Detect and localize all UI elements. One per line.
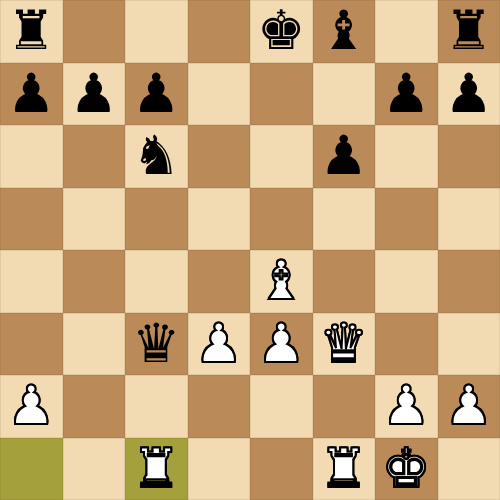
square-b2[interactable] [63, 375, 126, 438]
square-a1[interactable] [0, 438, 63, 500]
square-b5[interactable] [63, 188, 126, 251]
square-e7[interactable] [250, 63, 313, 126]
square-h2[interactable]: ♟ [438, 375, 500, 438]
square-a5[interactable] [0, 188, 63, 251]
piece-black-pawn-c7[interactable]: ♟ [132, 63, 180, 126]
piece-white-rook-c1[interactable]: ♜ [132, 438, 180, 500]
piece-black-king-e8[interactable]: ♚ [257, 0, 305, 63]
square-a3[interactable] [0, 313, 63, 376]
square-h1[interactable] [438, 438, 500, 500]
square-a7[interactable]: ♟ [0, 63, 63, 126]
square-e3[interactable]: ♟ [250, 313, 313, 376]
square-h5[interactable] [438, 188, 500, 251]
piece-white-pawn-e3[interactable]: ♟ [257, 313, 305, 376]
square-d7[interactable] [188, 63, 251, 126]
square-b4[interactable] [63, 250, 126, 313]
square-b6[interactable] [63, 125, 126, 188]
square-h8[interactable]: ♜ [438, 0, 500, 63]
square-b1[interactable] [63, 438, 126, 500]
square-c3[interactable]: ♛ [125, 313, 188, 376]
square-e5[interactable] [250, 188, 313, 251]
piece-white-king-g1[interactable]: ♚ [382, 438, 430, 500]
square-d1[interactable] [188, 438, 251, 500]
square-c4[interactable] [125, 250, 188, 313]
piece-black-rook-a8[interactable]: ♜ [7, 0, 55, 63]
square-h7[interactable]: ♟ [438, 63, 500, 126]
square-f1[interactable]: ♜ [313, 438, 376, 500]
square-g5[interactable] [375, 188, 438, 251]
piece-white-queen-f3[interactable]: ♛ [320, 313, 368, 376]
piece-white-pawn-d3[interactable]: ♟ [195, 313, 243, 376]
square-f8[interactable]: ♝ [313, 0, 376, 63]
square-f5[interactable] [313, 188, 376, 251]
piece-black-queen-c3[interactable]: ♛ [132, 313, 180, 376]
square-g6[interactable] [375, 125, 438, 188]
square-c2[interactable] [125, 375, 188, 438]
square-c1[interactable]: ♜ [125, 438, 188, 500]
square-c5[interactable] [125, 188, 188, 251]
square-e8[interactable]: ♚ [250, 0, 313, 63]
square-g2[interactable]: ♟ [375, 375, 438, 438]
square-h3[interactable] [438, 313, 500, 376]
square-g3[interactable] [375, 313, 438, 376]
piece-black-pawn-b7[interactable]: ♟ [70, 63, 118, 126]
piece-black-pawn-a7[interactable]: ♟ [7, 63, 55, 126]
piece-white-pawn-g2[interactable]: ♟ [382, 375, 430, 438]
piece-black-rook-h8[interactable]: ♜ [445, 0, 493, 63]
square-e1[interactable] [250, 438, 313, 500]
square-h4[interactable] [438, 250, 500, 313]
square-f6[interactable]: ♟ [313, 125, 376, 188]
piece-black-knight-c6[interactable]: ♞ [132, 125, 180, 188]
square-d8[interactable] [188, 0, 251, 63]
square-e2[interactable] [250, 375, 313, 438]
square-d4[interactable] [188, 250, 251, 313]
square-e6[interactable] [250, 125, 313, 188]
square-c8[interactable] [125, 0, 188, 63]
square-b3[interactable] [63, 313, 126, 376]
square-b7[interactable]: ♟ [63, 63, 126, 126]
square-f7[interactable] [313, 63, 376, 126]
square-f3[interactable]: ♛ [313, 313, 376, 376]
square-a8[interactable]: ♜ [0, 0, 63, 63]
piece-white-pawn-h2[interactable]: ♟ [445, 375, 493, 438]
square-a2[interactable]: ♟ [0, 375, 63, 438]
square-a6[interactable] [0, 125, 63, 188]
square-d6[interactable] [188, 125, 251, 188]
piece-white-bishop-e4[interactable]: ♝ [257, 250, 305, 313]
square-d5[interactable] [188, 188, 251, 251]
square-c7[interactable]: ♟ [125, 63, 188, 126]
square-f4[interactable] [313, 250, 376, 313]
square-g7[interactable]: ♟ [375, 63, 438, 126]
square-f2[interactable] [313, 375, 376, 438]
piece-black-pawn-h7[interactable]: ♟ [445, 63, 493, 126]
square-h6[interactable] [438, 125, 500, 188]
chess-board: ♜♚♝♜♟♟♟♟♟♞♟♝♛♟♟♛♟♟♟♜♜♚ [0, 0, 500, 500]
piece-white-rook-f1[interactable]: ♜ [320, 438, 368, 500]
piece-black-bishop-f8[interactable]: ♝ [320, 0, 368, 63]
square-a4[interactable] [0, 250, 63, 313]
piece-black-pawn-f6[interactable]: ♟ [320, 125, 368, 188]
square-d2[interactable] [188, 375, 251, 438]
piece-black-pawn-g7[interactable]: ♟ [382, 63, 430, 126]
square-g4[interactable] [375, 250, 438, 313]
square-b8[interactable] [63, 0, 126, 63]
square-d3[interactable]: ♟ [188, 313, 251, 376]
piece-white-pawn-a2[interactable]: ♟ [7, 375, 55, 438]
square-e4[interactable]: ♝ [250, 250, 313, 313]
square-c6[interactable]: ♞ [125, 125, 188, 188]
square-g8[interactable] [375, 0, 438, 63]
square-g1[interactable]: ♚ [375, 438, 438, 500]
